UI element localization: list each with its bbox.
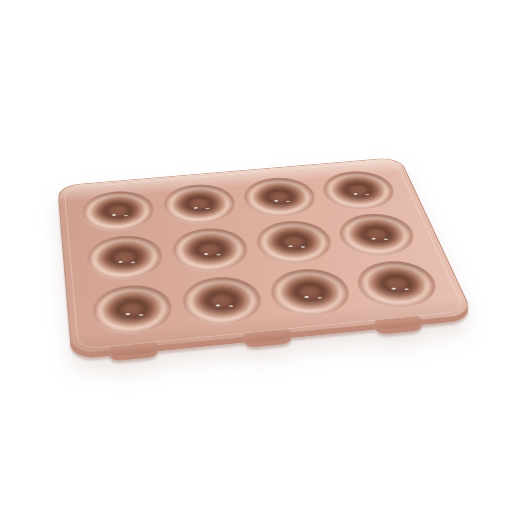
pan-scene — [65, 103, 439, 389]
muffin-pan — [58, 157, 474, 355]
product-photo — [0, 0, 512, 512]
muffin-cup — [265, 266, 357, 320]
pan-foot — [243, 328, 293, 343]
muffin-cup — [168, 226, 253, 276]
muffin-cup — [90, 282, 177, 338]
muffin-cup — [84, 233, 166, 283]
muffin-cup — [79, 188, 157, 234]
muffin-cup — [251, 218, 338, 267]
muffin-cup — [333, 211, 422, 259]
pan-foot — [109, 341, 159, 356]
muffin-cup — [239, 175, 321, 219]
muffin-cup — [350, 258, 445, 311]
muffin-cup — [178, 274, 267, 329]
muffin-cup — [160, 182, 240, 227]
cup-grid — [74, 166, 451, 342]
muffin-cup — [317, 169, 402, 213]
pan-foot — [374, 315, 424, 329]
